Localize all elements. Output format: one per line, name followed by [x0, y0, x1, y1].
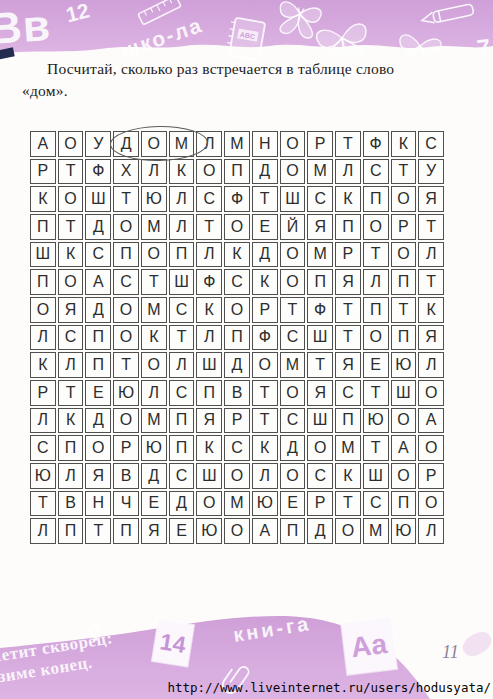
grid-cell: Я: [58, 297, 84, 323]
grid-cell: Я: [307, 380, 333, 406]
grid-cell: О: [391, 408, 417, 434]
grid-cell: О: [418, 435, 444, 461]
grid-cell: С: [307, 463, 333, 489]
grid-cell: С: [224, 269, 250, 295]
grid-cell: Ф: [85, 159, 111, 185]
grid-cell: Т: [335, 491, 361, 517]
grid-cell: О: [141, 352, 167, 378]
grid-cell: М: [280, 352, 306, 378]
grid-cell: С: [196, 186, 222, 212]
grid-cell: О: [141, 242, 167, 268]
grid-cell: С: [85, 242, 111, 268]
letters-card: Аа: [341, 617, 397, 675]
grid-cell: М: [363, 518, 389, 544]
grid-cell: Н: [85, 491, 111, 517]
grid-cell: О: [307, 435, 333, 461]
grid-cell: Л: [141, 159, 167, 185]
grid-cell: М: [169, 131, 195, 157]
grid-cell: В: [224, 380, 250, 406]
grid-cell: К: [252, 435, 278, 461]
grid-cell: Л: [363, 269, 389, 295]
grid-cell: О: [280, 159, 306, 185]
grid-cell: О: [141, 131, 167, 157]
grid-cell: Е: [141, 491, 167, 517]
grid-cell: Р: [113, 435, 139, 461]
grid-cell: К: [169, 159, 195, 185]
grid-cell: Ф: [224, 186, 250, 212]
grid-cell: О: [280, 380, 306, 406]
grid-cell: П: [363, 186, 389, 212]
grid-cell: П: [58, 518, 84, 544]
grid-cell: Л: [58, 352, 84, 378]
grid-cell: С: [30, 435, 56, 461]
grid-cell: Х: [113, 159, 139, 185]
grid-cell: О: [280, 269, 306, 295]
grid-cell: О: [113, 214, 139, 240]
grid-cell: Т: [335, 131, 361, 157]
grid-cell: Д: [85, 297, 111, 323]
grid-cell: О: [252, 352, 278, 378]
grid-cell: А: [391, 435, 417, 461]
grid-cell: Л: [141, 380, 167, 406]
grid-cell: П: [113, 242, 139, 268]
grid-cell: С: [363, 159, 389, 185]
grid-cell: К: [252, 269, 278, 295]
grid-cell: Т: [418, 269, 444, 295]
grid-cell: Т: [58, 380, 84, 406]
grid-cell: К: [30, 352, 56, 378]
grid-cell: С: [58, 325, 84, 351]
alphabet-letters: Вв: [0, 0, 52, 54]
grid-cell: А: [85, 269, 111, 295]
instruction-line1: Посчитай, сколько раз встречается в табл…: [47, 60, 394, 77]
grid-cell: Ш: [363, 463, 389, 489]
grid-cell: Е: [169, 518, 195, 544]
grid-cell: Ф: [363, 131, 389, 157]
grid-cell: Д: [85, 408, 111, 434]
grid-cell: Ш: [391, 380, 417, 406]
grid-cell: К: [141, 325, 167, 351]
grid-cell: Т: [391, 159, 417, 185]
grid-cell: О: [85, 435, 111, 461]
grid-cell: Ш: [169, 269, 195, 295]
grid-cell: О: [196, 159, 222, 185]
grid-cell: О: [280, 242, 306, 268]
grid-cell: Д: [252, 159, 278, 185]
grid-cell: К: [335, 186, 361, 212]
grid-cell: П: [169, 242, 195, 268]
grid-cell: Ш: [307, 325, 333, 351]
grid-cell: С: [169, 463, 195, 489]
grid-cell: Т: [30, 491, 56, 517]
grid-cell: Т: [335, 325, 361, 351]
grid-cell: О: [58, 186, 84, 212]
grid-cell: О: [113, 325, 139, 351]
grid-cell: Ю: [141, 435, 167, 461]
grid-cell: С: [280, 325, 306, 351]
grid-cell: О: [113, 408, 139, 434]
grid-cell: К: [58, 242, 84, 268]
grid-cell: П: [196, 380, 222, 406]
grid-cell: Т: [113, 186, 139, 212]
grid-cell: О: [391, 463, 417, 489]
grid-cell: Ю: [141, 186, 167, 212]
grid-cell: Ш: [280, 186, 306, 212]
grid-cell: П: [169, 408, 195, 434]
grid-cell: Т: [141, 269, 167, 295]
grid-cell: Т: [363, 435, 389, 461]
grid-cell: Л: [58, 463, 84, 489]
grid-cell: Ш: [307, 408, 333, 434]
grid-cell: Р: [307, 491, 333, 517]
grid-cell: П: [30, 269, 56, 295]
grid-cell: Д: [252, 242, 278, 268]
grid-cell: О: [58, 131, 84, 157]
grid-cell: К: [335, 463, 361, 489]
grid-cell: М: [335, 435, 361, 461]
grid-cell: А: [252, 518, 278, 544]
grid-cell: П: [391, 491, 417, 517]
grid-cell: Т: [196, 214, 222, 240]
grid-cell: С: [280, 408, 306, 434]
grid-cell: Л: [335, 159, 361, 185]
grid-cell: М: [141, 297, 167, 323]
grid-cell: П: [335, 408, 361, 434]
grid-cell: Т: [169, 325, 195, 351]
grid-cell: Р: [418, 463, 444, 489]
grid-cell: К: [418, 297, 444, 323]
grid-cell: Р: [30, 159, 56, 185]
grid-cell: М: [307, 242, 333, 268]
grid-cell: Я: [307, 214, 333, 240]
grid-cell: Л: [169, 214, 195, 240]
grid-cell: О: [224, 214, 250, 240]
grid-cell: К: [196, 435, 222, 461]
grid-cell: Л: [30, 325, 56, 351]
grid-cell: С: [169, 380, 195, 406]
grid-cell: Й: [280, 214, 306, 240]
watermark-url: http://www.liveinternet.ru/users/hodusya…: [167, 680, 491, 695]
grid-cell: Я: [85, 463, 111, 489]
grid-cell: П: [335, 214, 361, 240]
header-corner-number: 7: [476, 33, 492, 62]
grid-cell: П: [363, 297, 389, 323]
grid-cell: В: [113, 463, 139, 489]
grid-cell: Ю: [363, 408, 389, 434]
grid-cell: Л: [169, 352, 195, 378]
grid-cell: Р: [252, 297, 278, 323]
grid-cell: Ю: [252, 491, 278, 517]
grid-cell: Т: [391, 297, 417, 323]
grid-cell: Л: [252, 463, 278, 489]
grid-cell: С: [335, 380, 361, 406]
grid-cell: Е: [85, 380, 111, 406]
card-number: 14: [158, 628, 188, 659]
grid-cell: Ю: [113, 380, 139, 406]
grid-cell: У: [85, 131, 111, 157]
grid-cell: Т: [252, 408, 278, 434]
grid-cell: О: [280, 463, 306, 489]
grid-cell: К: [30, 186, 56, 212]
letters-card-text: Аа: [349, 628, 389, 664]
grid-cell: В: [58, 491, 84, 517]
grid-cell: Ч: [113, 491, 139, 517]
grid-cell: Ш: [30, 242, 56, 268]
grid-cell: П: [307, 269, 333, 295]
grid-cell: С: [363, 491, 389, 517]
grid-cell: О: [224, 297, 250, 323]
grid-cell: У: [418, 159, 444, 185]
grid-cell: Р: [30, 380, 56, 406]
grid-cell: Я: [196, 408, 222, 434]
grid-cell: А: [30, 131, 56, 157]
grid-cell: М: [141, 408, 167, 434]
grid-cell: Л: [196, 131, 222, 157]
grid-cell: П: [169, 435, 195, 461]
grid-cell: Я: [335, 352, 361, 378]
grid-cell: Т: [335, 297, 361, 323]
grid-cell: Р: [391, 214, 417, 240]
grid-cell: О: [113, 297, 139, 323]
grid-cell: Л: [418, 518, 444, 544]
grid-cell: О: [224, 518, 250, 544]
grid-cell: Т: [418, 214, 444, 240]
grid-cell: Ф: [252, 325, 278, 351]
grid-cell: О: [391, 186, 417, 212]
grid-cell: О: [363, 325, 389, 351]
grid-cell: П: [30, 214, 56, 240]
grid-cell: Е: [252, 214, 278, 240]
grid-cell: О: [58, 269, 84, 295]
grid-cell: Ю: [391, 352, 417, 378]
grid-cell: О: [363, 214, 389, 240]
grid-cell: О: [224, 463, 250, 489]
grid-cell: Л: [169, 186, 195, 212]
grid-cell: Т: [58, 159, 84, 185]
grid-cell: Л: [418, 352, 444, 378]
grid-cell: Т: [307, 352, 333, 378]
grid-cell: Р: [335, 242, 361, 268]
grid-cell: Р: [307, 131, 333, 157]
grid-cell: Я: [418, 186, 444, 212]
grid-cell: Т: [363, 380, 389, 406]
grid-cell: П: [391, 325, 417, 351]
grid-cell: Д: [280, 435, 306, 461]
grid-cell: О: [418, 380, 444, 406]
instruction-line2: «дом».: [22, 80, 474, 102]
grid-cell: Ш: [196, 352, 222, 378]
grid-cell: П: [58, 435, 84, 461]
grid-cell: Р: [224, 408, 250, 434]
grid-cell: М: [224, 491, 250, 517]
grid-cell: С: [169, 297, 195, 323]
grid-cell: Ю: [391, 518, 417, 544]
grid-cell: О: [30, 297, 56, 323]
grid-cell: Ю: [196, 518, 222, 544]
grid-cell: Л: [196, 242, 222, 268]
grid-cell: М: [141, 214, 167, 240]
grid-cell: Л: [30, 408, 56, 434]
grid-cell: Н: [252, 131, 278, 157]
grid-cell: Ш: [196, 463, 222, 489]
grid-cell: Ю: [30, 463, 56, 489]
grid-cell: О: [391, 242, 417, 268]
grid-cell: Т: [280, 297, 306, 323]
grid-cell: Я: [141, 518, 167, 544]
grid-cell: Л: [196, 325, 222, 351]
puzzle-instruction: Посчитай, сколько раз встречается в табл…: [22, 58, 474, 102]
grid-cell: Е: [280, 491, 306, 517]
grid-cell: О: [335, 518, 361, 544]
grid-cell: П: [391, 269, 417, 295]
grid-cell: О: [418, 491, 444, 517]
book-page: Вв 12 шко-ла ABC 7 Посчитай, сколько раз…: [0, 0, 493, 699]
grid-cell: Л: [30, 518, 56, 544]
page-number: 11: [442, 642, 459, 663]
grid-cell: Д: [85, 214, 111, 240]
grid-cell: Т: [252, 380, 278, 406]
grid-cell: О: [196, 491, 222, 517]
grid-cell: Е: [363, 352, 389, 378]
grid-cell: П: [224, 325, 250, 351]
grid-cell: А: [418, 408, 444, 434]
grid-cell: Т: [113, 352, 139, 378]
grid-cell: Ш: [85, 186, 111, 212]
grid-cell: Т: [363, 242, 389, 268]
grid-cell: Т: [252, 186, 278, 212]
grid-cell: О: [280, 131, 306, 157]
grid-cell: Ф: [307, 297, 333, 323]
grid-cell: С: [307, 186, 333, 212]
grid-cell: Т: [58, 214, 84, 240]
grid-cell: Я: [418, 325, 444, 351]
grid-cell: С: [418, 131, 444, 157]
grid-cell: П: [113, 518, 139, 544]
grid-cell: П: [280, 518, 306, 544]
grid-cell: Ф: [196, 269, 222, 295]
grid-cell: Д: [113, 131, 139, 157]
grid-cell: К: [224, 242, 250, 268]
grid-cell: Д: [224, 352, 250, 378]
grid-cell: К: [196, 297, 222, 323]
grid-cell: М: [307, 159, 333, 185]
calendar-card: 14: [152, 619, 194, 666]
grid-cell: К: [58, 408, 84, 434]
grid-cell: Д: [169, 491, 195, 517]
grid-cell: П: [85, 325, 111, 351]
grid-cell: Л: [418, 242, 444, 268]
grid-cell: П: [224, 159, 250, 185]
grid-cell: Т: [85, 518, 111, 544]
grid-cell: С: [113, 269, 139, 295]
grid-cell: С: [224, 435, 250, 461]
grid-cell: Д: [307, 518, 333, 544]
grid-cell: К: [391, 131, 417, 157]
grid-cell: М: [224, 131, 250, 157]
grid-cell: П: [85, 352, 111, 378]
grid-cell: Я: [335, 269, 361, 295]
word-search-grid: АОУДОМЛМНОРТФКСРТФХЛКОПДОМЛСТУКОШТЮЛСФТШ…: [30, 131, 444, 544]
grid-cell: Д: [141, 463, 167, 489]
